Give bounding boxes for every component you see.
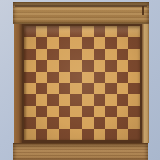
board-square	[94, 94, 106, 105]
board-square	[117, 26, 129, 37]
board-square	[47, 37, 59, 48]
board-square	[117, 83, 129, 94]
board-square	[128, 49, 140, 60]
board-square	[59, 94, 71, 105]
board-square	[82, 129, 94, 140]
board-square	[59, 72, 71, 83]
board-square	[117, 117, 129, 128]
board-square	[82, 37, 94, 48]
board-frame	[22, 24, 142, 143]
board-square	[128, 106, 140, 117]
board-square	[94, 60, 106, 71]
board-square	[70, 49, 82, 60]
board-square	[128, 117, 140, 128]
board-square	[128, 94, 140, 105]
board-square	[24, 129, 36, 140]
board-square	[24, 106, 36, 117]
board-square	[117, 72, 129, 83]
board-square	[128, 26, 140, 37]
board-square	[36, 37, 48, 48]
lid-notch	[142, 6, 144, 15]
board-square	[82, 60, 94, 71]
board-square	[47, 83, 59, 94]
board-square	[82, 72, 94, 83]
board-square	[24, 83, 36, 94]
board-square	[36, 117, 48, 128]
board-square	[47, 94, 59, 105]
board-square	[59, 129, 71, 140]
board-square	[117, 129, 129, 140]
board-square	[47, 26, 59, 37]
board-square	[117, 106, 129, 117]
board-square	[94, 129, 106, 140]
box-right-rail	[142, 24, 149, 143]
board-square	[70, 129, 82, 140]
board-square	[70, 37, 82, 48]
board-square	[70, 26, 82, 37]
board-square	[128, 37, 140, 48]
board-square	[59, 83, 71, 94]
board-square	[70, 106, 82, 117]
board-square	[70, 60, 82, 71]
board-square	[94, 49, 106, 60]
board-square	[59, 37, 71, 48]
board-square	[117, 37, 129, 48]
board-square	[59, 117, 71, 128]
board-square	[105, 60, 117, 71]
board-square	[82, 83, 94, 94]
board-square	[47, 72, 59, 83]
board-square	[70, 117, 82, 128]
board-square	[117, 60, 129, 71]
board-square	[36, 26, 48, 37]
board-square	[24, 94, 36, 105]
board-square	[24, 26, 36, 37]
photo-background	[0, 0, 160, 160]
board-square	[70, 94, 82, 105]
board-square	[36, 72, 48, 83]
board-square	[82, 49, 94, 60]
board-square	[47, 49, 59, 60]
board-square	[24, 37, 36, 48]
board-square	[70, 72, 82, 83]
board-square	[47, 106, 59, 117]
board-square	[117, 94, 129, 105]
board-square	[47, 117, 59, 128]
box-top-bar	[13, 2, 149, 24]
board	[24, 26, 140, 140]
board-square	[36, 129, 48, 140]
board-square	[105, 26, 117, 37]
board-square	[117, 49, 129, 60]
board-square	[94, 117, 106, 128]
board-square	[82, 117, 94, 128]
board-square	[105, 37, 117, 48]
board-square	[47, 129, 59, 140]
board-square	[105, 106, 117, 117]
board-square	[82, 94, 94, 105]
board-square	[94, 106, 106, 117]
board-square	[105, 94, 117, 105]
board-square	[128, 83, 140, 94]
wood-grain-texture	[13, 143, 148, 160]
board-square	[24, 60, 36, 71]
board-square	[94, 26, 106, 37]
board-square	[47, 60, 59, 71]
lid-groove-line	[15, 5, 147, 7]
board-square	[36, 83, 48, 94]
board-square	[59, 60, 71, 71]
board-square	[82, 106, 94, 117]
board-square	[59, 26, 71, 37]
board-square	[94, 37, 106, 48]
board-square	[128, 129, 140, 140]
board-square	[24, 49, 36, 60]
board-square	[36, 49, 48, 60]
board-square	[36, 94, 48, 105]
board-square	[82, 26, 94, 37]
board-square	[105, 129, 117, 140]
board-square	[105, 117, 117, 128]
board-square	[128, 72, 140, 83]
board-square	[94, 83, 106, 94]
board-square	[94, 72, 106, 83]
board-square	[24, 72, 36, 83]
board-square	[59, 106, 71, 117]
box-bottom-bar	[13, 143, 148, 160]
board-square	[70, 83, 82, 94]
board-square	[105, 83, 117, 94]
board-square	[24, 117, 36, 128]
board-square	[36, 60, 48, 71]
board-square	[36, 106, 48, 117]
box-left-rail	[14, 24, 22, 143]
board-square	[105, 49, 117, 60]
board-square	[128, 60, 140, 71]
board-square	[105, 72, 117, 83]
board-square	[59, 49, 71, 60]
